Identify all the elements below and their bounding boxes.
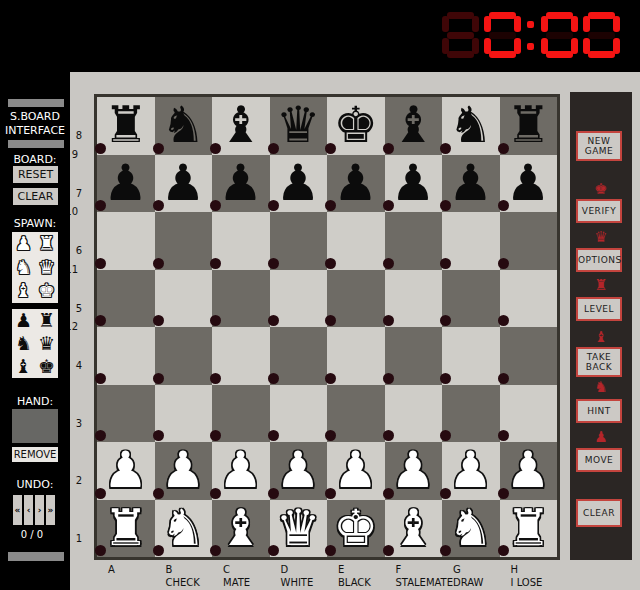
square-d6[interactable] <box>270 212 328 270</box>
led-dot <box>383 373 394 384</box>
white-pawn: ♟ <box>155 442 213 500</box>
led-dot <box>498 430 509 441</box>
spawn-white-pieces: ♟♜♞♛♝♚ <box>12 232 58 303</box>
square-c6[interactable] <box>212 212 270 270</box>
black-rook: ♜ <box>97 97 155 155</box>
square-a5[interactable] <box>97 270 155 328</box>
square-g5[interactable] <box>442 270 500 328</box>
clear-button[interactable]: CLEAR <box>576 499 622 527</box>
led-dot <box>498 315 509 326</box>
square-h1[interactable]: ♜ <box>500 500 558 558</box>
spawn-black-pieces: ♟♜♞♛♝♚ <box>12 309 58 378</box>
file-word-b: CHECK <box>166 577 200 589</box>
square-d5[interactable] <box>270 270 328 328</box>
square-d1[interactable]: ♛ <box>270 500 328 558</box>
square-h3[interactable] <box>500 385 558 443</box>
led-dot <box>95 315 106 326</box>
led-dot <box>153 315 164 326</box>
king-icon: ♚ <box>570 182 632 197</box>
square-g3[interactable] <box>442 385 500 443</box>
file-label-e: E <box>338 564 344 576</box>
board-section-label: BOARD: <box>0 153 70 166</box>
spawn-black-queen[interactable]: ♛ <box>35 332 58 355</box>
spawn-white-bishop[interactable]: ♝ <box>12 279 35 302</box>
square-e6[interactable] <box>327 212 385 270</box>
file-label-c: C <box>223 564 230 576</box>
square-f4[interactable] <box>385 327 443 385</box>
spawn-white-knight[interactable]: ♞ <box>12 256 35 279</box>
led-dot <box>210 315 221 326</box>
button-label: GAME <box>578 146 620 156</box>
led-dot <box>210 430 221 441</box>
square-c7[interactable]: ♟ <box>212 155 270 213</box>
white-pawn: ♟ <box>385 442 443 500</box>
square-e1[interactable]: ♚ <box>327 500 385 558</box>
led-dot <box>210 258 221 269</box>
square-e8[interactable]: ♚ <box>327 97 385 155</box>
file-label-g: G <box>453 564 461 576</box>
clock-digit-dim <box>442 12 479 58</box>
square-b5[interactable] <box>155 270 213 328</box>
white-pawn: ♟ <box>97 442 155 500</box>
spawn-white-king[interactable]: ♚ <box>35 279 58 302</box>
file-label-h: H <box>511 564 519 576</box>
button-label: VERIFY <box>578 206 620 216</box>
white-pawn: ♟ <box>442 442 500 500</box>
square-b8[interactable]: ♞ <box>155 97 213 155</box>
file-word-h: I LOSE <box>511 577 543 589</box>
remove-button[interactable]: REMOVE <box>12 447 58 462</box>
pawn-icon: ♟ <box>570 430 632 445</box>
board-frame: ♜♞♝♛♚♝♞♜♟♟♟♟♟♟♟♟♟♟♟♟♟♟♟♟♜♞♝♛♚♝♞♜ <box>94 94 560 560</box>
square-d4[interactable] <box>270 327 328 385</box>
led-dot <box>153 430 164 441</box>
level-button[interactable]: LEVEL <box>576 297 622 321</box>
black-king: ♚ <box>327 97 385 155</box>
square-a6[interactable] <box>97 212 155 270</box>
spawn-black-knight[interactable]: ♞ <box>12 332 35 355</box>
led-dot <box>153 373 164 384</box>
options-button[interactable]: OPTIONS <box>576 248 622 272</box>
left-sidebar: S.BOARD INTERFACE BOARD: RESET CLEAR SPA… <box>0 72 70 590</box>
square-f7[interactable]: ♟ <box>385 155 443 213</box>
square-c4[interactable] <box>212 327 270 385</box>
square-h2[interactable]: ♟ <box>500 442 558 500</box>
led-dot <box>325 430 336 441</box>
rook-icon: ♜ <box>570 278 632 293</box>
white-knight: ♞ <box>442 500 500 558</box>
white-queen: ♛ <box>270 500 328 558</box>
led-dot <box>210 373 221 384</box>
white-king: ♚ <box>327 500 385 558</box>
button-label: MOVE <box>578 455 620 465</box>
square-a3[interactable] <box>97 385 155 443</box>
square-e3[interactable] <box>327 385 385 443</box>
square-f2[interactable]: ♟ <box>385 442 443 500</box>
square-a8[interactable]: ♜ <box>97 97 155 155</box>
square-g8[interactable]: ♞ <box>442 97 500 155</box>
white-bishop: ♝ <box>385 500 443 558</box>
square-f5[interactable] <box>385 270 443 328</box>
spawn-black-king[interactable]: ♚ <box>35 355 58 378</box>
black-pawn: ♟ <box>270 155 328 213</box>
black-bishop: ♝ <box>212 97 270 155</box>
sidebar-title-line2: INTERFACE <box>0 124 70 137</box>
square-c5[interactable] <box>212 270 270 328</box>
square-c3[interactable] <box>212 385 270 443</box>
white-pawn: ♟ <box>327 442 385 500</box>
spawn-black-bishop[interactable]: ♝ <box>12 355 35 378</box>
black-pawn: ♟ <box>385 155 443 213</box>
square-e5[interactable] <box>327 270 385 328</box>
undo-counter: 0 / 0 <box>0 529 64 540</box>
square-c2[interactable]: ♟ <box>212 442 270 500</box>
square-c8[interactable]: ♝ <box>212 97 270 155</box>
led-dot <box>498 373 509 384</box>
led-dot <box>268 430 279 441</box>
black-rook: ♜ <box>500 97 558 155</box>
square-g4[interactable] <box>442 327 500 385</box>
file-label-a: A <box>108 564 115 576</box>
square-h6[interactable] <box>500 212 558 270</box>
square-a7[interactable]: ♟ <box>97 155 155 213</box>
undo-all-button[interactable]: « <box>13 495 22 525</box>
button-label: HINT <box>578 406 620 416</box>
led-dot <box>383 258 394 269</box>
undo-section-label: UNDO: <box>0 478 70 491</box>
square-d2[interactable]: ♟ <box>270 442 328 500</box>
square-b4[interactable] <box>155 327 213 385</box>
redo-all-button[interactable]: » <box>46 495 55 525</box>
white-pawn: ♟ <box>212 442 270 500</box>
clock-digit <box>484 12 521 58</box>
led-dot <box>498 258 509 269</box>
led-dot <box>325 373 336 384</box>
white-rook: ♜ <box>97 500 155 558</box>
led-dot <box>325 315 336 326</box>
square-e2[interactable]: ♟ <box>327 442 385 500</box>
spawn-white-rook[interactable]: ♜ <box>35 232 58 255</box>
spawn-black-pawn[interactable]: ♟ <box>12 309 35 332</box>
led-dot <box>95 258 106 269</box>
square-e4[interactable] <box>327 327 385 385</box>
button-label: CLEAR <box>578 508 620 518</box>
reset-button[interactable]: RESET <box>13 166 58 183</box>
white-pawn: ♟ <box>500 442 558 500</box>
file-label-d: D <box>281 564 289 576</box>
queen-icon: ♛ <box>570 230 632 245</box>
black-bishop: ♝ <box>385 97 443 155</box>
square-h5[interactable] <box>500 270 558 328</box>
white-pawn: ♟ <box>270 442 328 500</box>
main-panel: ♜♞♝♛♚♝♞♜♟♟♟♟♟♟♟♟♟♟♟♟♟♟♟♟♜♞♝♛♚♝♞♜ 8765432… <box>70 72 640 590</box>
button-label: OPTIONS <box>578 255 620 265</box>
move-button[interactable]: MOVE <box>576 448 622 472</box>
square-g1[interactable]: ♞ <box>442 500 500 558</box>
square-f1[interactable]: ♝ <box>385 500 443 558</box>
game-clock <box>442 12 625 58</box>
square-b6[interactable] <box>155 212 213 270</box>
new-game-button[interactable]: NEWGAME <box>576 131 622 161</box>
black-pawn: ♟ <box>97 155 155 213</box>
square-d8[interactable]: ♛ <box>270 97 328 155</box>
led-dot <box>383 430 394 441</box>
square-a2[interactable]: ♟ <box>97 442 155 500</box>
led-dot <box>268 315 279 326</box>
file-word-f: STALEMATE <box>396 577 454 589</box>
led-dot <box>440 430 451 441</box>
clear-board-button[interactable]: CLEAR <box>13 188 58 205</box>
square-e7[interactable]: ♟ <box>327 155 385 213</box>
spawn-black-rook[interactable]: ♜ <box>35 309 58 332</box>
square-b1[interactable]: ♞ <box>155 500 213 558</box>
led-dot <box>268 373 279 384</box>
square-d3[interactable] <box>270 385 328 443</box>
button-label: LEVEL <box>578 304 620 314</box>
clock-colon <box>526 12 536 58</box>
redo-button[interactable]: › <box>35 495 44 525</box>
spawn-white-queen[interactable]: ♛ <box>35 256 58 279</box>
square-h8[interactable]: ♜ <box>500 97 558 155</box>
led-dot <box>95 373 106 384</box>
black-queen: ♛ <box>270 97 328 155</box>
led-dot <box>153 258 164 269</box>
led-dot <box>440 373 451 384</box>
square-a4[interactable] <box>97 327 155 385</box>
black-pawn: ♟ <box>500 155 558 213</box>
file-word-c: MATE <box>223 577 250 589</box>
file-label-b: B <box>166 564 173 576</box>
divider-bar <box>8 99 64 107</box>
square-f3[interactable] <box>385 385 443 443</box>
led-dot <box>440 315 451 326</box>
square-d7[interactable]: ♟ <box>270 155 328 213</box>
black-knight: ♞ <box>442 97 500 155</box>
led-dot <box>383 315 394 326</box>
square-b2[interactable]: ♟ <box>155 442 213 500</box>
square-h7[interactable]: ♟ <box>500 155 558 213</box>
hand-section-label: HAND: <box>0 395 70 408</box>
square-f6[interactable] <box>385 212 443 270</box>
divider-bar <box>8 552 64 561</box>
square-b3[interactable] <box>155 385 213 443</box>
file-word-g: DRAW <box>453 577 483 589</box>
square-c1[interactable]: ♝ <box>212 500 270 558</box>
square-g7[interactable]: ♟ <box>442 155 500 213</box>
right-button-panel: NEWGAME♚VERIFY♛OPTIONS♜LEVEL♝TAKEBACK♞HI… <box>570 92 632 560</box>
square-f8[interactable]: ♝ <box>385 97 443 155</box>
white-bishop: ♝ <box>212 500 270 558</box>
take-back-button[interactable]: TAKEBACK <box>576 347 622 377</box>
white-knight: ♞ <box>155 500 213 558</box>
square-g2[interactable]: ♟ <box>442 442 500 500</box>
spawn-white-pawn[interactable]: ♟ <box>12 232 35 255</box>
verify-button[interactable]: VERIFY <box>576 199 622 223</box>
square-g6[interactable] <box>442 212 500 270</box>
file-word-e: BLACK <box>338 577 371 589</box>
button-label: BACK <box>578 362 620 372</box>
black-pawn: ♟ <box>155 155 213 213</box>
led-dot <box>440 258 451 269</box>
undo-button[interactable]: ‹ <box>24 495 33 525</box>
spawn-section-label: SPAWN: <box>0 217 70 230</box>
led-dot <box>95 430 106 441</box>
square-b7[interactable]: ♟ <box>155 155 213 213</box>
black-knight: ♞ <box>155 97 213 155</box>
led-dot <box>325 258 336 269</box>
divider-bar <box>8 140 64 148</box>
chess-computer-ui: ♜♞♝♛♚♝♞♜♟♟♟♟♟♟♟♟♟♟♟♟♟♟♟♟♜♞♝♛♚♝♞♜ 8765432… <box>0 0 640 590</box>
file-label-f: F <box>396 564 402 576</box>
clock-digit <box>583 12 620 58</box>
chess-board: ♜♞♝♛♚♝♞♜♟♟♟♟♟♟♟♟♟♟♟♟♟♟♟♟♜♞♝♛♚♝♞♜ <box>97 97 557 557</box>
black-pawn: ♟ <box>327 155 385 213</box>
clock-digit <box>541 12 578 58</box>
square-a1[interactable]: ♜ <box>97 500 155 558</box>
button-label: NEW <box>578 136 620 146</box>
hint-button[interactable]: HINT <box>576 399 622 423</box>
led-dot <box>268 258 279 269</box>
black-pawn: ♟ <box>442 155 500 213</box>
button-label: TAKE <box>578 352 620 362</box>
black-pawn: ♟ <box>212 155 270 213</box>
file-word-d: WHITE <box>281 577 314 589</box>
knight-icon: ♞ <box>570 380 632 395</box>
white-rook: ♜ <box>500 500 558 558</box>
hand-slot[interactable] <box>12 409 58 443</box>
square-h4[interactable] <box>500 327 558 385</box>
sidebar-title-line1: S.BOARD <box>0 110 70 123</box>
bishop-icon: ♝ <box>570 330 632 345</box>
